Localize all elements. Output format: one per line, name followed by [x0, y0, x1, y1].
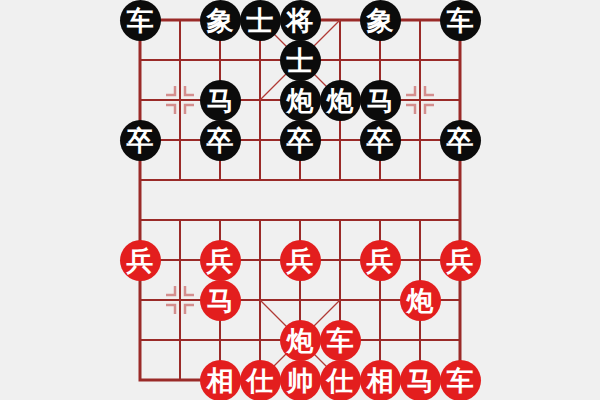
red-piece-disc: 兵 [200, 240, 241, 281]
red-piece-disc: 兵 [440, 240, 481, 281]
piece-black-elephant[interactable]: 象 [200, 0, 240, 40]
black-piece-disc: 卒 [120, 120, 161, 161]
piece-black-general[interactable]: 将 [280, 0, 320, 40]
black-piece-disc: 将 [280, 0, 321, 41]
black-piece-disc: 车 [120, 0, 161, 41]
piece-black-cannon[interactable]: 炮 [320, 80, 360, 120]
red-piece-disc: 马 [400, 360, 441, 400]
black-piece-disc: 士 [280, 40, 321, 81]
red-piece-disc: 相 [360, 360, 401, 400]
piece-black-chariot[interactable]: 车 [440, 0, 480, 40]
red-piece-disc: 兵 [360, 240, 401, 281]
red-piece-disc: 仕 [320, 360, 361, 400]
piece-black-cannon[interactable]: 炮 [280, 80, 320, 120]
black-piece-disc: 炮 [320, 80, 361, 121]
piece-black-chariot[interactable]: 车 [120, 0, 160, 40]
piece-red-horse[interactable]: 马 [400, 360, 440, 400]
piece-black-soldier[interactable]: 卒 [120, 120, 160, 160]
piece-red-elephant[interactable]: 相 [360, 360, 400, 400]
black-piece-disc: 车 [440, 0, 481, 41]
black-piece-disc: 卒 [280, 120, 321, 161]
red-piece-disc: 炮 [400, 280, 441, 321]
xiangqi-board[interactable]: 车象士将象车士马炮炮马卒卒卒卒卒兵兵兵兵兵马炮炮车相仕帅仕相马车 [0, 0, 600, 400]
piece-red-soldier[interactable]: 兵 [200, 240, 240, 280]
piece-red-soldier[interactable]: 兵 [280, 240, 320, 280]
black-piece-disc: 象 [200, 0, 241, 41]
piece-black-advisor[interactable]: 士 [280, 40, 320, 80]
piece-red-elephant[interactable]: 相 [200, 360, 240, 400]
piece-red-general[interactable]: 帅 [280, 360, 320, 400]
black-piece-disc: 卒 [360, 120, 401, 161]
piece-red-cannon[interactable]: 炮 [280, 320, 320, 360]
piece-black-soldier[interactable]: 卒 [440, 120, 480, 160]
red-piece-disc: 兵 [280, 240, 321, 281]
piece-red-chariot[interactable]: 车 [440, 360, 480, 400]
black-piece-disc: 卒 [440, 120, 481, 161]
black-piece-disc: 象 [360, 0, 401, 41]
piece-red-advisor[interactable]: 仕 [320, 360, 360, 400]
red-piece-disc: 马 [200, 280, 241, 321]
piece-red-chariot[interactable]: 车 [320, 320, 360, 360]
black-piece-disc: 卒 [200, 120, 241, 161]
piece-black-soldier[interactable]: 卒 [360, 120, 400, 160]
piece-black-advisor[interactable]: 士 [240, 0, 280, 40]
red-piece-disc: 帅 [280, 360, 321, 400]
piece-black-elephant[interactable]: 象 [360, 0, 400, 40]
red-piece-disc: 仕 [240, 360, 281, 400]
piece-red-soldier[interactable]: 兵 [120, 240, 160, 280]
black-piece-disc: 马 [360, 80, 401, 121]
piece-red-cannon[interactable]: 炮 [400, 280, 440, 320]
red-piece-disc: 车 [320, 320, 361, 361]
red-piece-disc: 兵 [120, 240, 161, 281]
piece-black-soldier[interactable]: 卒 [280, 120, 320, 160]
board-grid[interactable]: 车象士将象车士马炮炮马卒卒卒卒卒兵兵兵兵兵马炮炮车相仕帅仕相马车 [120, 0, 480, 400]
piece-black-horse[interactable]: 马 [360, 80, 400, 120]
red-piece-disc: 相 [200, 360, 241, 400]
piece-black-soldier[interactable]: 卒 [200, 120, 240, 160]
black-piece-disc: 士 [240, 0, 281, 41]
black-piece-disc: 炮 [280, 80, 321, 121]
piece-red-horse[interactable]: 马 [200, 280, 240, 320]
piece-red-soldier[interactable]: 兵 [440, 240, 480, 280]
red-piece-disc: 炮 [280, 320, 321, 361]
piece-red-advisor[interactable]: 仕 [240, 360, 280, 400]
piece-black-horse[interactable]: 马 [200, 80, 240, 120]
red-piece-disc: 车 [440, 360, 481, 400]
black-piece-disc: 马 [200, 80, 241, 121]
piece-red-soldier[interactable]: 兵 [360, 240, 400, 280]
